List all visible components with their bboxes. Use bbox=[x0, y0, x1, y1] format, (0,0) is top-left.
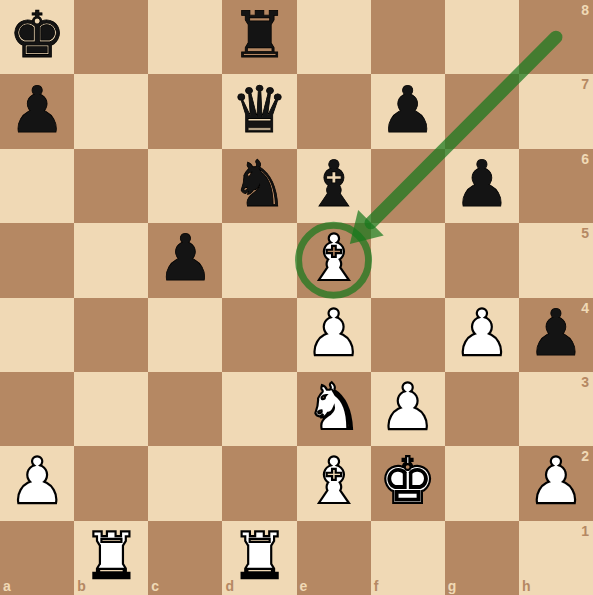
square-g5[interactable] bbox=[445, 223, 519, 297]
square-e4[interactable]: ♟ bbox=[297, 298, 371, 372]
square-d7[interactable]: ♛ bbox=[222, 74, 296, 148]
square-h4[interactable]: ♟ bbox=[519, 298, 593, 372]
square-b5[interactable] bbox=[74, 223, 148, 297]
square-h3[interactable] bbox=[519, 372, 593, 446]
square-f4[interactable] bbox=[371, 298, 445, 372]
black-king[interactable]: ♚ bbox=[8, 3, 65, 67]
white-pawn[interactable]: ♟ bbox=[8, 449, 65, 513]
square-b1[interactable]: ♜ bbox=[74, 521, 148, 595]
square-a6[interactable] bbox=[0, 149, 74, 223]
black-queen[interactable]: ♛ bbox=[231, 78, 288, 142]
square-g8[interactable] bbox=[445, 0, 519, 74]
square-f3[interactable]: ♟ bbox=[371, 372, 445, 446]
square-c7[interactable] bbox=[148, 74, 222, 148]
square-a2[interactable]: ♟ bbox=[0, 446, 74, 520]
square-a5[interactable] bbox=[0, 223, 74, 297]
square-f7[interactable]: ♟ bbox=[371, 74, 445, 148]
black-knight[interactable]: ♞ bbox=[231, 152, 288, 216]
square-h1[interactable] bbox=[519, 521, 593, 595]
square-g2[interactable] bbox=[445, 446, 519, 520]
square-a4[interactable] bbox=[0, 298, 74, 372]
square-e8[interactable] bbox=[297, 0, 371, 74]
square-e2[interactable]: ♝ bbox=[297, 446, 371, 520]
black-pawn[interactable]: ♟ bbox=[527, 301, 584, 365]
square-h6[interactable] bbox=[519, 149, 593, 223]
square-b7[interactable] bbox=[74, 74, 148, 148]
square-e1[interactable] bbox=[297, 521, 371, 595]
square-f6[interactable] bbox=[371, 149, 445, 223]
white-rook[interactable]: ♜ bbox=[231, 524, 288, 588]
square-d4[interactable] bbox=[222, 298, 296, 372]
black-bishop[interactable]: ♝ bbox=[305, 152, 362, 216]
square-e5[interactable]: ♝ bbox=[297, 223, 371, 297]
square-h7[interactable] bbox=[519, 74, 593, 148]
black-rook[interactable]: ♜ bbox=[231, 3, 288, 67]
square-a8[interactable]: ♚ bbox=[0, 0, 74, 74]
square-c5[interactable]: ♟ bbox=[148, 223, 222, 297]
black-pawn[interactable]: ♟ bbox=[379, 78, 436, 142]
square-c6[interactable] bbox=[148, 149, 222, 223]
white-knight[interactable]: ♞ bbox=[305, 375, 362, 439]
square-c1[interactable] bbox=[148, 521, 222, 595]
white-king[interactable]: ♚ bbox=[379, 449, 436, 513]
square-b4[interactable] bbox=[74, 298, 148, 372]
square-g4[interactable]: ♟ bbox=[445, 298, 519, 372]
square-c3[interactable] bbox=[148, 372, 222, 446]
square-b6[interactable] bbox=[74, 149, 148, 223]
square-g6[interactable]: ♟ bbox=[445, 149, 519, 223]
square-a3[interactable] bbox=[0, 372, 74, 446]
square-e3[interactable]: ♞ bbox=[297, 372, 371, 446]
square-d6[interactable]: ♞ bbox=[222, 149, 296, 223]
square-c2[interactable] bbox=[148, 446, 222, 520]
black-pawn[interactable]: ♟ bbox=[8, 78, 65, 142]
square-e6[interactable]: ♝ bbox=[297, 149, 371, 223]
square-f5[interactable] bbox=[371, 223, 445, 297]
square-d2[interactable] bbox=[222, 446, 296, 520]
square-d8[interactable]: ♜ bbox=[222, 0, 296, 74]
square-d1[interactable]: ♜ bbox=[222, 521, 296, 595]
white-pawn[interactable]: ♟ bbox=[379, 375, 436, 439]
square-f1[interactable] bbox=[371, 521, 445, 595]
black-pawn[interactable]: ♟ bbox=[157, 226, 214, 290]
square-h2[interactable]: ♟ bbox=[519, 446, 593, 520]
square-a7[interactable]: ♟ bbox=[0, 74, 74, 148]
square-g7[interactable] bbox=[445, 74, 519, 148]
white-bishop[interactable]: ♝ bbox=[305, 226, 362, 290]
square-f2[interactable]: ♚ bbox=[371, 446, 445, 520]
square-g3[interactable] bbox=[445, 372, 519, 446]
square-d5[interactable] bbox=[222, 223, 296, 297]
square-b3[interactable] bbox=[74, 372, 148, 446]
square-h5[interactable] bbox=[519, 223, 593, 297]
white-bishop[interactable]: ♝ bbox=[305, 449, 362, 513]
square-b2[interactable] bbox=[74, 446, 148, 520]
square-c4[interactable] bbox=[148, 298, 222, 372]
square-g1[interactable] bbox=[445, 521, 519, 595]
white-pawn[interactable]: ♟ bbox=[305, 301, 362, 365]
white-pawn[interactable]: ♟ bbox=[527, 449, 584, 513]
square-a1[interactable] bbox=[0, 521, 74, 595]
black-pawn[interactable]: ♟ bbox=[453, 152, 510, 216]
square-h8[interactable] bbox=[519, 0, 593, 74]
square-d3[interactable] bbox=[222, 372, 296, 446]
square-f8[interactable] bbox=[371, 0, 445, 74]
board-grid: ♚♜♟♛♟♞♝♟♟♝♟♟♟♞♟♟♝♚♟♜♜ bbox=[0, 0, 593, 595]
chess-board: ♚♜♟♛♟♞♝♟♟♝♟♟♟♞♟♟♝♚♟♜♜ 87654321abcdefgh bbox=[0, 0, 593, 595]
square-b8[interactable] bbox=[74, 0, 148, 74]
square-c8[interactable] bbox=[148, 0, 222, 74]
white-pawn[interactable]: ♟ bbox=[453, 301, 510, 365]
square-e7[interactable] bbox=[297, 74, 371, 148]
white-rook[interactable]: ♜ bbox=[83, 524, 140, 588]
